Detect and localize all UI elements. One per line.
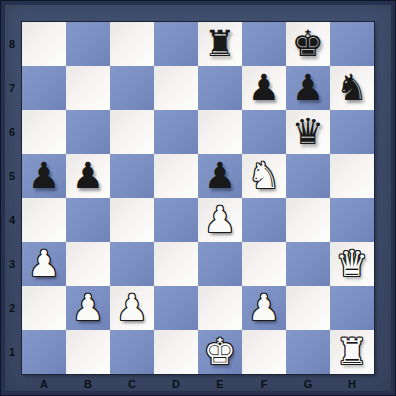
rank-label-1: 1: [0, 330, 22, 374]
file-label-b: B: [66, 374, 110, 396]
black-pawn-a5[interactable]: ♟: [22, 154, 66, 198]
square-a3[interactable]: ♟: [22, 242, 66, 286]
square-d1[interactable]: [154, 330, 198, 374]
rank-label-8: 8: [0, 22, 22, 66]
square-c3[interactable]: [110, 242, 154, 286]
square-f4[interactable]: [242, 198, 286, 242]
white-king-e1[interactable]: ♚: [198, 330, 242, 374]
square-d4[interactable]: [154, 198, 198, 242]
file-label-a: A: [22, 374, 66, 396]
chess-board-frame: 87654321 ABCDEFGH ♜♚♟♟♞♛♟♟♟♞♟♟♛♟♟♟♚♜: [0, 0, 396, 396]
square-e8[interactable]: ♜: [198, 22, 242, 66]
file-label-g: G: [286, 374, 330, 396]
square-c7[interactable]: [110, 66, 154, 110]
rank-label-2: 2: [0, 286, 22, 330]
square-e1[interactable]: ♚: [198, 330, 242, 374]
square-b1[interactable]: [66, 330, 110, 374]
black-queen-g6[interactable]: ♛: [286, 110, 330, 154]
rank-label-7: 7: [0, 66, 22, 110]
square-c4[interactable]: [110, 198, 154, 242]
rank-label-3: 3: [0, 242, 22, 286]
white-knight-f5[interactable]: ♞: [242, 154, 286, 198]
white-queen-h3[interactable]: ♛: [330, 242, 374, 286]
square-c1[interactable]: [110, 330, 154, 374]
square-b7[interactable]: [66, 66, 110, 110]
square-d6[interactable]: [154, 110, 198, 154]
file-label-e: E: [198, 374, 242, 396]
white-pawn-e4[interactable]: ♟: [198, 198, 242, 242]
black-pawn-g7[interactable]: ♟: [286, 66, 330, 110]
square-f8[interactable]: [242, 22, 286, 66]
black-rook-e8[interactable]: ♜: [198, 22, 242, 66]
square-d3[interactable]: [154, 242, 198, 286]
square-e7[interactable]: [198, 66, 242, 110]
square-g6[interactable]: ♛: [286, 110, 330, 154]
square-d7[interactable]: [154, 66, 198, 110]
square-c8[interactable]: [110, 22, 154, 66]
square-f5[interactable]: ♞: [242, 154, 286, 198]
square-a5[interactable]: ♟: [22, 154, 66, 198]
file-label-d: D: [154, 374, 198, 396]
square-c6[interactable]: [110, 110, 154, 154]
square-b6[interactable]: [66, 110, 110, 154]
black-pawn-b5[interactable]: ♟: [66, 154, 110, 198]
white-pawn-a3[interactable]: ♟: [22, 242, 66, 286]
file-label-c: C: [110, 374, 154, 396]
square-b8[interactable]: [66, 22, 110, 66]
square-b3[interactable]: [66, 242, 110, 286]
square-f7[interactable]: ♟: [242, 66, 286, 110]
square-g7[interactable]: ♟: [286, 66, 330, 110]
file-label-f: F: [242, 374, 286, 396]
square-a6[interactable]: [22, 110, 66, 154]
square-a2[interactable]: [22, 286, 66, 330]
square-f1[interactable]: [242, 330, 286, 374]
square-h1[interactable]: ♜: [330, 330, 374, 374]
square-d5[interactable]: [154, 154, 198, 198]
file-label-h: H: [330, 374, 374, 396]
square-g1[interactable]: [286, 330, 330, 374]
white-pawn-b2[interactable]: ♟: [66, 286, 110, 330]
black-king-g8[interactable]: ♚: [286, 22, 330, 66]
square-b2[interactable]: ♟: [66, 286, 110, 330]
white-pawn-c2[interactable]: ♟: [110, 286, 154, 330]
square-g4[interactable]: [286, 198, 330, 242]
square-a8[interactable]: [22, 22, 66, 66]
square-g2[interactable]: [286, 286, 330, 330]
square-a7[interactable]: [22, 66, 66, 110]
square-a4[interactable]: [22, 198, 66, 242]
square-g8[interactable]: ♚: [286, 22, 330, 66]
square-h2[interactable]: [330, 286, 374, 330]
white-pawn-f2[interactable]: ♟: [242, 286, 286, 330]
square-h7[interactable]: ♞: [330, 66, 374, 110]
square-e6[interactable]: [198, 110, 242, 154]
square-b5[interactable]: ♟: [66, 154, 110, 198]
square-h6[interactable]: [330, 110, 374, 154]
square-h4[interactable]: [330, 198, 374, 242]
square-e5[interactable]: ♟: [198, 154, 242, 198]
square-f3[interactable]: [242, 242, 286, 286]
square-e2[interactable]: [198, 286, 242, 330]
rank-label-6: 6: [0, 110, 22, 154]
square-e4[interactable]: ♟: [198, 198, 242, 242]
black-pawn-f7[interactable]: ♟: [242, 66, 286, 110]
square-e3[interactable]: [198, 242, 242, 286]
rank-labels: 87654321: [0, 22, 22, 374]
square-d8[interactable]: [154, 22, 198, 66]
square-c2[interactable]: ♟: [110, 286, 154, 330]
white-rook-h1[interactable]: ♜: [330, 330, 374, 374]
square-f6[interactable]: [242, 110, 286, 154]
chess-board: ♜♚♟♟♞♛♟♟♟♞♟♟♛♟♟♟♚♜: [22, 22, 374, 374]
square-g3[interactable]: [286, 242, 330, 286]
square-a1[interactable]: [22, 330, 66, 374]
rank-label-5: 5: [0, 154, 22, 198]
square-h5[interactable]: [330, 154, 374, 198]
file-labels: ABCDEFGH: [22, 374, 374, 396]
square-c5[interactable]: [110, 154, 154, 198]
black-pawn-e5[interactable]: ♟: [198, 154, 242, 198]
square-b4[interactable]: [66, 198, 110, 242]
square-h3[interactable]: ♛: [330, 242, 374, 286]
black-knight-h7[interactable]: ♞: [330, 66, 374, 110]
square-g5[interactable]: [286, 154, 330, 198]
square-h8[interactable]: [330, 22, 374, 66]
square-d2[interactable]: [154, 286, 198, 330]
square-f2[interactable]: ♟: [242, 286, 286, 330]
rank-label-4: 4: [0, 198, 22, 242]
